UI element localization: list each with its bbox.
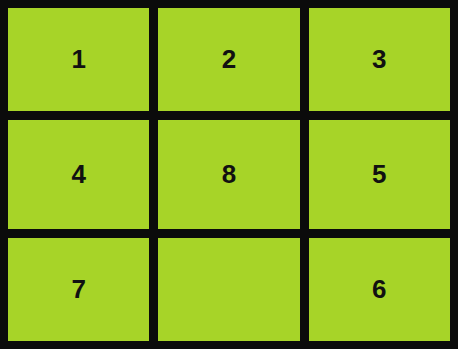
tile-5[interactable]: 5 xyxy=(309,120,450,228)
tile-3[interactable]: 3 xyxy=(309,8,450,111)
tile-6[interactable]: 6 xyxy=(309,238,450,341)
tile-4[interactable]: 4 xyxy=(8,120,149,228)
page: 1 2 3 4 8 5 7 6 xyxy=(0,0,460,351)
empty-cell xyxy=(158,238,299,341)
tile-1[interactable]: 1 xyxy=(8,8,149,111)
puzzle-board: 1 2 3 4 8 5 7 6 xyxy=(0,0,458,349)
tile-8[interactable]: 8 xyxy=(158,120,299,228)
tile-2[interactable]: 2 xyxy=(158,8,299,111)
tile-7[interactable]: 7 xyxy=(8,238,149,341)
